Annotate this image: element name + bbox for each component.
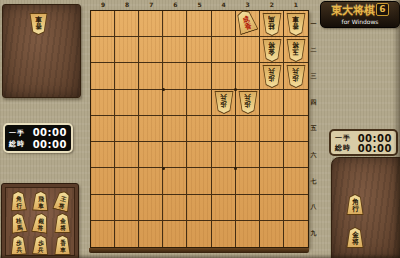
board-square[interactable]: [91, 37, 115, 63]
board-square[interactable]: [284, 116, 308, 142]
piece-kanji: 歩: [220, 100, 227, 107]
piece-face: 歩兵: [287, 66, 305, 87]
board-square[interactable]: [91, 195, 115, 221]
rank-label: 八: [309, 195, 318, 221]
piece-kanji: 将: [293, 41, 300, 48]
file-label: 4: [212, 1, 236, 9]
shogi-piece[interactable]: 金将: [346, 227, 364, 248]
piece-kanji: 車: [37, 202, 43, 209]
board-square[interactable]: [187, 195, 211, 221]
piece-face: 金将: [55, 214, 70, 232]
board-square[interactable]: [187, 11, 211, 37]
board-square[interactable]: [139, 168, 163, 194]
board-square[interactable]: [163, 11, 187, 37]
gote-total-time-row: 総時 00:00: [9, 139, 67, 151]
piece-kanji: 兵: [269, 67, 276, 74]
gote-clock: 一手 00:00 総時 00:00: [3, 123, 73, 153]
piece-face: 香車: [55, 236, 70, 254]
board-square[interactable]: [139, 90, 163, 116]
piece-face: 桂馬: [10, 213, 27, 233]
shogi-piece[interactable]: 角行: [346, 194, 364, 215]
piece-kanji: 車: [35, 15, 42, 22]
piece-kanji: 車: [60, 247, 66, 254]
board-square[interactable]: [284, 142, 308, 168]
board-bottom-edge: [89, 248, 309, 253]
file-label: 3: [236, 1, 260, 9]
file-label: 9: [91, 1, 115, 9]
logo-subtitle: for Windows: [321, 18, 399, 25]
piece-face: 銀将: [32, 213, 49, 233]
board-square[interactable]: [187, 221, 211, 247]
piece-kanji: 馬: [269, 15, 276, 22]
piece-face: 飛車: [33, 192, 49, 211]
piece-kanji: 兵: [293, 67, 300, 74]
board-square[interactable]: [284, 90, 308, 116]
board-square[interactable]: [91, 11, 115, 37]
piece-face: 角行: [11, 192, 27, 211]
board-square[interactable]: [212, 168, 236, 194]
piece-kanji: 将: [60, 225, 66, 232]
board-square[interactable]: [139, 63, 163, 89]
board-square[interactable]: [260, 116, 284, 142]
board-square[interactable]: [163, 195, 187, 221]
shogi-piece[interactable]: 桂馬: [9, 212, 29, 234]
board-square[interactable]: [115, 11, 139, 37]
board-square[interactable]: [139, 116, 163, 142]
board-square[interactable]: [139, 221, 163, 247]
board-square[interactable]: [212, 142, 236, 168]
piece-kanji: 歩: [269, 74, 276, 81]
piece-kanji: 行: [352, 206, 359, 213]
piece-face: 角行: [347, 195, 363, 214]
board-square[interactable]: [236, 116, 260, 142]
board-square[interactable]: [260, 168, 284, 194]
board-square[interactable]: [139, 37, 163, 63]
rank-label: 一: [309, 11, 318, 37]
rank-label: 二: [309, 37, 318, 63]
gote-hand-stand[interactable]: 香車: [2, 4, 81, 98]
star-point: [162, 88, 165, 91]
board-square[interactable]: [212, 63, 236, 89]
logo-title: 東大将棋: [331, 4, 375, 17]
board-square[interactable]: [115, 116, 139, 142]
star-point: [162, 167, 165, 170]
move-time-label: 一手: [9, 128, 25, 138]
board-square[interactable]: [91, 116, 115, 142]
board-square[interactable]: [284, 168, 308, 194]
piece-kanji: 兵: [16, 246, 22, 253]
shogi-piece[interactable]: 角行: [9, 191, 27, 212]
board-square[interactable]: [163, 90, 187, 116]
board-square[interactable]: [187, 116, 211, 142]
board-square[interactable]: [163, 142, 187, 168]
piece-kanji: 将: [37, 224, 44, 231]
piece-face: 金将: [347, 228, 363, 247]
board-square[interactable]: [236, 195, 260, 221]
board-square[interactable]: [187, 37, 211, 63]
shogi-piece[interactable]: 香車: [54, 235, 71, 255]
sente-total-time-row: 総時 00:00: [335, 143, 392, 153]
piece-face: 歩兵: [33, 236, 49, 255]
shogi-piece[interactable]: 金将: [54, 213, 71, 233]
board-square[interactable]: [236, 168, 260, 194]
piece-kanji: 兵: [244, 93, 251, 100]
piece-kanji: 行: [16, 202, 22, 209]
rank-label: 七: [309, 168, 318, 194]
board-square[interactable]: [212, 221, 236, 247]
file-labels: 987654321: [91, 1, 308, 9]
piece-kanji: 香: [35, 22, 42, 29]
piece-kanji: 将: [269, 41, 276, 48]
gote-move-time-row: 一手 00:00: [9, 127, 67, 139]
rank-labels: 一二三四五六七八九: [309, 11, 318, 247]
board-square[interactable]: [187, 63, 211, 89]
board-square[interactable]: [115, 168, 139, 194]
rank-label: 九: [309, 221, 318, 247]
board-square[interactable]: [187, 142, 211, 168]
piece-kanji: 車: [293, 15, 300, 22]
move-time-label: 一手: [335, 133, 351, 143]
board-square[interactable]: [91, 142, 115, 168]
board-square[interactable]: [212, 11, 236, 37]
file-label: 2: [260, 1, 284, 9]
rank-label: 六: [309, 142, 318, 168]
board-square[interactable]: [91, 221, 115, 247]
shogi-piece[interactable]: 歩兵: [31, 235, 49, 256]
board-square[interactable]: [260, 90, 284, 116]
board-square[interactable]: [260, 195, 284, 221]
total-time-value: 00:00: [358, 143, 392, 154]
piece-face: 香車: [287, 14, 305, 35]
shogi-piece[interactable]: 歩兵: [10, 235, 28, 256]
logo-title-row: 東大将棋6: [321, 2, 399, 18]
sente-move-time-row: 一手 00:00: [335, 133, 392, 143]
total-time-value: 00:00: [33, 139, 67, 150]
board-square[interactable]: [260, 142, 284, 168]
piece-kanji: 歩: [244, 100, 251, 107]
total-time-label: 総時: [9, 139, 25, 149]
piece-kanji: 将: [352, 239, 359, 246]
piece-face: 王将: [53, 190, 72, 211]
shogi-piece[interactable]: 飛車: [32, 191, 50, 212]
piece-face: 玉将: [287, 40, 305, 61]
board-square[interactable]: [115, 221, 139, 247]
board-square[interactable]: [212, 116, 236, 142]
file-label: 6: [163, 1, 187, 9]
shogi-piece[interactable]: 銀将: [31, 212, 51, 234]
board-square[interactable]: [212, 195, 236, 221]
sente-clock: 一手 00:00 総時 00:00: [329, 129, 398, 156]
piece-kanji: 歩: [293, 74, 300, 81]
piece-face: 歩兵: [11, 236, 27, 255]
rank-label: 四: [309, 90, 318, 116]
board-square[interactable]: [91, 90, 115, 116]
board-square[interactable]: [91, 168, 115, 194]
board-square[interactable]: [139, 11, 163, 37]
board-square[interactable]: [139, 142, 163, 168]
move-time-value: 00:00: [33, 127, 67, 138]
piece-kanji: 兵: [37, 246, 43, 253]
board-square[interactable]: [260, 221, 284, 247]
board-square[interactable]: [163, 63, 187, 89]
file-label: 8: [115, 1, 139, 9]
board-square[interactable]: [115, 195, 139, 221]
board-square[interactable]: [115, 37, 139, 63]
board-square[interactable]: [187, 168, 211, 194]
piece-kanji: 馬: [16, 224, 23, 231]
board-square[interactable]: [163, 37, 187, 63]
shogi-piece[interactable]: 王将: [52, 189, 73, 213]
piece-box-tray: 角行飛車王将桂馬銀将金将歩兵歩兵香車: [5, 187, 75, 256]
piece-face: 香車: [30, 14, 47, 34]
file-label: 1: [284, 1, 308, 9]
star-point: [234, 167, 237, 170]
shogi-piece[interactable]: 香車: [29, 13, 48, 35]
board-square[interactable]: [115, 142, 139, 168]
piece-box[interactable]: 角行飛車王将桂馬銀将金将歩兵歩兵香車: [1, 183, 79, 258]
app-logo: 東大将棋6 for Windows: [320, 1, 400, 28]
board-square[interactable]: [236, 142, 260, 168]
rank-label: 五: [309, 116, 318, 142]
logo-version-badge: 6: [376, 3, 389, 16]
board-square[interactable]: [187, 90, 211, 116]
board-square[interactable]: [163, 168, 187, 194]
board-square[interactable]: [212, 37, 236, 63]
file-label: 5: [187, 1, 211, 9]
shogi-board: 香車桂馬成香玉将金将歩兵歩兵歩兵歩兵: [90, 10, 309, 248]
board-square[interactable]: [284, 195, 308, 221]
board-square[interactable]: [236, 63, 260, 89]
board-square[interactable]: [163, 116, 187, 142]
board-square[interactable]: [115, 63, 139, 89]
app-window: 東大将棋6 for Windows 香車 一手 00:00 総時 00:00 角…: [0, 0, 400, 258]
board-square[interactable]: [139, 195, 163, 221]
board-square[interactable]: [163, 221, 187, 247]
board-square[interactable]: [236, 37, 260, 63]
board-square[interactable]: [91, 63, 115, 89]
board-square[interactable]: [115, 90, 139, 116]
board-square[interactable]: [236, 221, 260, 247]
board-square[interactable]: [284, 221, 308, 247]
piece-kanji: 兵: [220, 93, 227, 100]
total-time-label: 総時: [335, 143, 351, 153]
sente-hand-stand[interactable]: 角行金将: [331, 157, 400, 258]
piece-kanji: 将: [58, 202, 65, 210]
file-label: 7: [139, 1, 163, 9]
rank-label: 三: [309, 63, 318, 89]
piece-kanji: 香: [243, 22, 251, 31]
